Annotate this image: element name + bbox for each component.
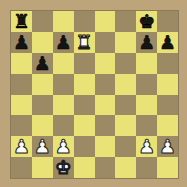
square-a4[interactable] (11, 95, 32, 116)
square-f2[interactable] (115, 136, 136, 157)
square-f6[interactable] (115, 53, 136, 74)
piece-black-pawn[interactable]: ♟ (159, 32, 176, 51)
square-f5[interactable] (115, 74, 136, 95)
square-g4[interactable] (136, 95, 157, 116)
square-c6[interactable] (53, 53, 74, 74)
square-f7[interactable] (115, 32, 136, 53)
square-g6[interactable] (136, 53, 157, 74)
square-e6[interactable] (95, 53, 116, 74)
square-h2[interactable]: ♟ (157, 136, 178, 157)
square-e5[interactable] (95, 74, 116, 95)
piece-black-pawn[interactable]: ♟ (34, 53, 51, 72)
square-d8[interactable] (74, 11, 95, 32)
square-b1[interactable] (32, 157, 53, 178)
square-d4[interactable] (74, 95, 95, 116)
square-f8[interactable] (115, 11, 136, 32)
square-g5[interactable] (136, 74, 157, 95)
square-b7[interactable] (32, 32, 53, 53)
square-c4[interactable] (53, 95, 74, 116)
square-f3[interactable] (115, 115, 136, 136)
piece-white-king[interactable]: ♚ (55, 158, 72, 177)
square-d2[interactable] (74, 136, 95, 157)
square-h3[interactable] (157, 115, 178, 136)
square-d5[interactable] (74, 74, 95, 95)
square-e2[interactable] (95, 136, 116, 157)
square-d1[interactable] (74, 157, 95, 178)
square-h6[interactable] (157, 53, 178, 74)
square-a8[interactable]: ♜ (11, 11, 32, 32)
square-a6[interactable] (11, 53, 32, 74)
square-e1[interactable] (95, 157, 116, 178)
piece-white-pawn[interactable]: ♟ (34, 137, 51, 156)
square-h1[interactable] (157, 157, 178, 178)
square-c3[interactable] (53, 115, 74, 136)
square-g2[interactable]: ♟ (136, 136, 157, 157)
square-e7[interactable] (95, 32, 116, 53)
square-h7[interactable]: ♟ (157, 32, 178, 53)
piece-white-pawn[interactable]: ♟ (55, 137, 72, 156)
square-a1[interactable] (11, 157, 32, 178)
piece-black-pawn[interactable]: ♟ (55, 32, 72, 51)
square-b4[interactable] (32, 95, 53, 116)
square-g7[interactable]: ♟ (136, 32, 157, 53)
piece-white-pawn[interactable]: ♟ (138, 137, 155, 156)
piece-black-rook[interactable]: ♜ (13, 11, 30, 30)
square-g8[interactable]: ♚ (136, 11, 157, 32)
square-f1[interactable] (115, 157, 136, 178)
piece-white-rook[interactable]: ♜ (76, 32, 93, 51)
square-a2[interactable]: ♟ (11, 136, 32, 157)
chess-board: ♜♚♟♟♜♟♟♟♟♟♟♟♟♚ (10, 10, 179, 179)
square-a5[interactable] (11, 74, 32, 95)
square-c2[interactable]: ♟ (53, 136, 74, 157)
square-b2[interactable]: ♟ (32, 136, 53, 157)
square-e8[interactable] (95, 11, 116, 32)
square-b6[interactable]: ♟ (32, 53, 53, 74)
piece-white-pawn[interactable]: ♟ (159, 137, 176, 156)
chess-board-frame: ♜♚♟♟♜♟♟♟♟♟♟♟♟♚ (0, 0, 187, 187)
square-d7[interactable]: ♜ (74, 32, 95, 53)
square-c5[interactable] (53, 74, 74, 95)
square-b5[interactable] (32, 74, 53, 95)
square-c8[interactable] (53, 11, 74, 32)
square-b3[interactable] (32, 115, 53, 136)
square-f4[interactable] (115, 95, 136, 116)
square-a7[interactable]: ♟ (11, 32, 32, 53)
square-h5[interactable] (157, 74, 178, 95)
square-b8[interactable] (32, 11, 53, 32)
square-e3[interactable] (95, 115, 116, 136)
square-g3[interactable] (136, 115, 157, 136)
square-d6[interactable] (74, 53, 95, 74)
square-h4[interactable] (157, 95, 178, 116)
piece-black-king[interactable]: ♚ (138, 11, 155, 30)
square-d3[interactable] (74, 115, 95, 136)
square-c7[interactable]: ♟ (53, 32, 74, 53)
piece-white-pawn[interactable]: ♟ (13, 137, 30, 156)
piece-black-pawn[interactable]: ♟ (13, 32, 30, 51)
square-g1[interactable] (136, 157, 157, 178)
square-e4[interactable] (95, 95, 116, 116)
piece-black-pawn[interactable]: ♟ (138, 32, 155, 51)
square-a3[interactable] (11, 115, 32, 136)
square-h8[interactable] (157, 11, 178, 32)
square-c1[interactable]: ♚ (53, 157, 74, 178)
